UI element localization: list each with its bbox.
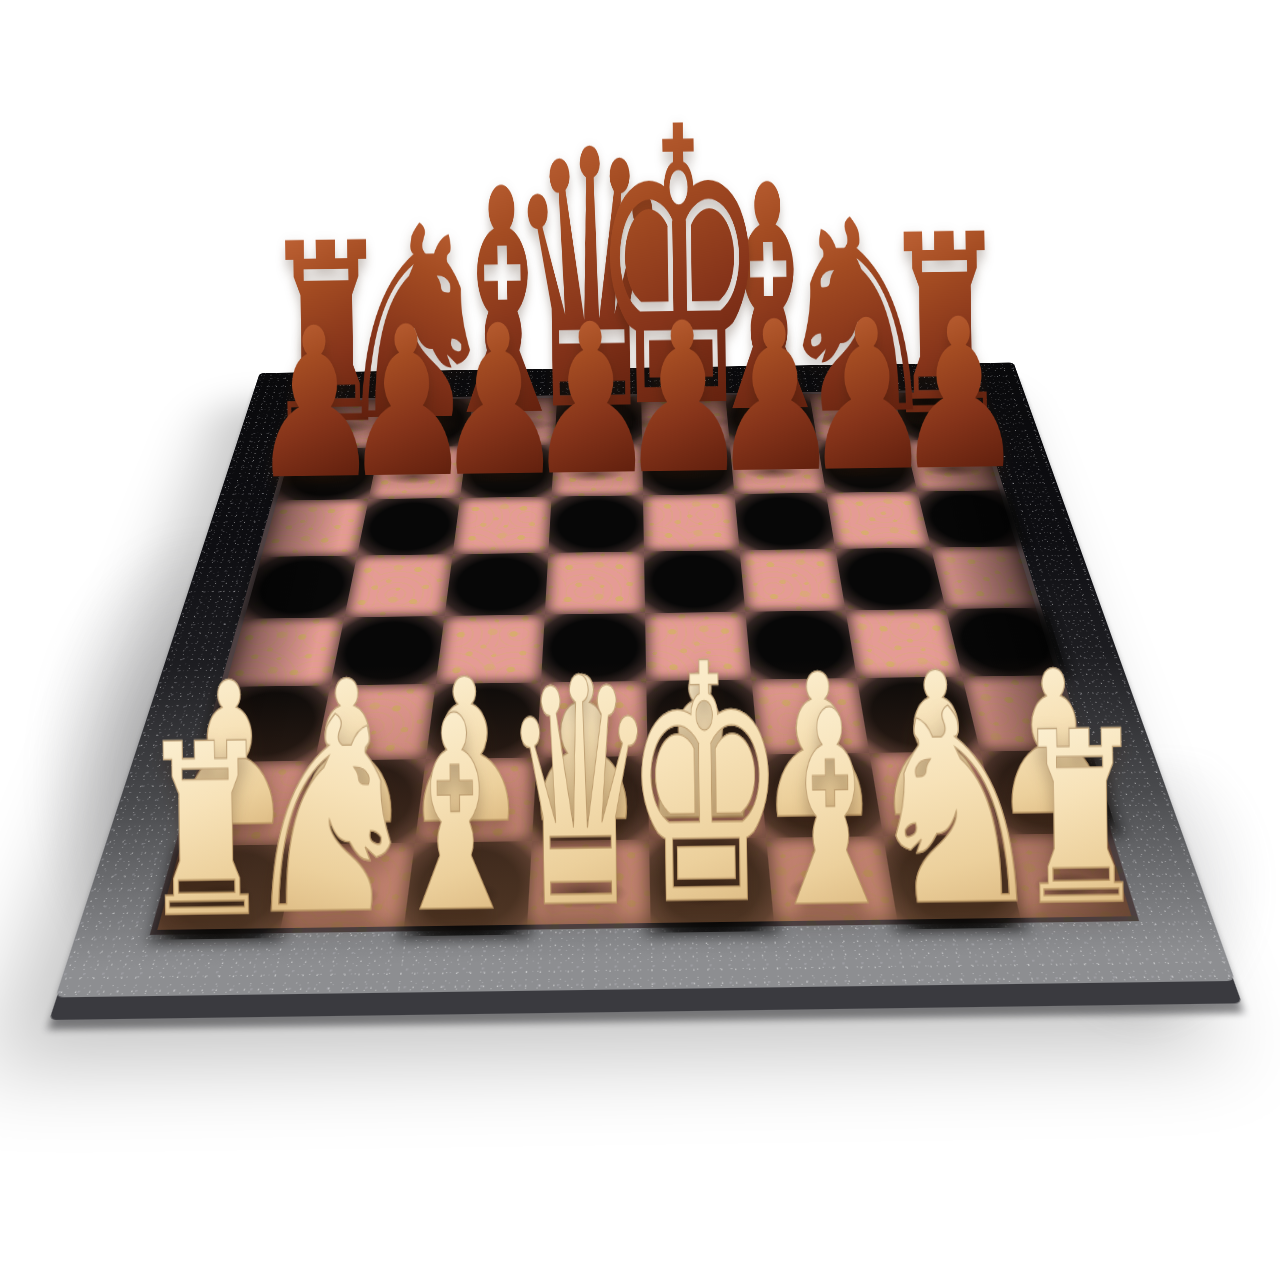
square-a5 [244, 556, 357, 619]
square-d8 [554, 396, 642, 445]
square-e6 [643, 494, 740, 552]
square-b8 [379, 399, 473, 448]
piece-light-knight-g1: ♞ [877, 830, 1016, 924]
square-f8 [725, 394, 817, 442]
square-c8 [467, 398, 557, 447]
chessboard-scene: ♜♞♝♛♚♝♞♜♟♟♟♟♟♟♟♟♟♟♟♟♟♟♟♟♜♞♝♛♚♝♞♜ [174, 144, 1107, 1077]
square-a7 [277, 447, 379, 500]
square-h5 [931, 546, 1046, 609]
square-d7 [552, 444, 643, 497]
square-h6 [917, 490, 1026, 547]
square-c6 [453, 497, 552, 555]
piece-light-king-e1: ♚ [643, 834, 768, 928]
square-c5 [445, 553, 549, 616]
square-a8 [292, 400, 389, 449]
square-h7 [905, 439, 1009, 492]
square-c7 [460, 445, 554, 498]
square-d6 [548, 495, 644, 553]
light-king-glyph: ♚ [622, 621, 789, 952]
square-f7 [730, 441, 826, 494]
square-b7 [369, 446, 467, 499]
square-g5 [835, 548, 946, 611]
photo-background: ♜♞♝♛♚♝♞♜♟♟♟♟♟♟♟♟♟♟♟♟♟♟♟♟♜♞♝♛♚♝♞♜ [0, 0, 1280, 1280]
chessboard: ♜♞♝♛♚♝♞♜♟♟♟♟♟♟♟♟♟♟♟♟♟♟♟♟♜♞♝♛♚♝♞♜ [55, 362, 1235, 997]
square-g8 [809, 393, 905, 441]
square-a6 [261, 499, 368, 557]
square-b6 [357, 498, 460, 556]
square-f6 [734, 493, 835, 550]
square-h8 [893, 392, 992, 440]
square-e7 [642, 443, 734, 496]
square-b5 [344, 554, 452, 617]
square-e8 [641, 395, 729, 444]
light-knight-glyph: ♞ [860, 672, 1052, 944]
square-g6 [826, 491, 931, 548]
square-g7 [817, 440, 917, 493]
